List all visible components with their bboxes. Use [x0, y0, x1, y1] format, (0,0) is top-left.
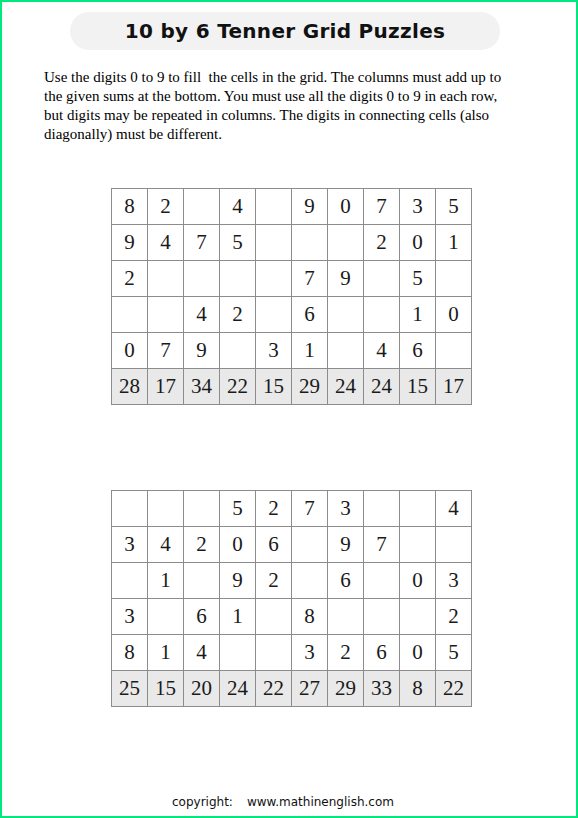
- grid-cell: 2: [256, 491, 292, 527]
- grid-cell: 3: [400, 189, 436, 225]
- grid-cell: [328, 599, 364, 635]
- grid-cell: [328, 297, 364, 333]
- grid-cell: [436, 261, 472, 297]
- instructions: Use the digits 0 to 9 to fill the cells …: [44, 68, 501, 144]
- instruction-line: Use the digits 0 to 9 to fill the cells …: [44, 68, 501, 87]
- grid-cell: [256, 635, 292, 671]
- sum-cell: 24: [364, 369, 400, 405]
- grid-cell: 2: [256, 563, 292, 599]
- grid-cell: [148, 261, 184, 297]
- sum-cell: 17: [436, 369, 472, 405]
- grid-cell: [436, 527, 472, 563]
- grid-cell: [184, 189, 220, 225]
- grid-cell: [256, 599, 292, 635]
- grid-cell: 3: [292, 635, 328, 671]
- grid-cell: [220, 635, 256, 671]
- grid-cell: [256, 261, 292, 297]
- grid-cell: 7: [292, 261, 328, 297]
- grid-cell: 0: [436, 297, 472, 333]
- grid-cell: [256, 189, 292, 225]
- grid-cell: 2: [112, 261, 148, 297]
- grid-cell: 4: [184, 297, 220, 333]
- sum-cell: 17: [148, 369, 184, 405]
- grid-cell: [184, 491, 220, 527]
- sum-cell: 28: [112, 369, 148, 405]
- sum-cell: 15: [256, 369, 292, 405]
- grid-cell: 3: [436, 563, 472, 599]
- grid-cell: 7: [364, 189, 400, 225]
- grid-cell: 0: [220, 527, 256, 563]
- grid-cell: 9: [328, 261, 364, 297]
- grid-cell: 2: [184, 527, 220, 563]
- sum-cell: 29: [328, 671, 364, 707]
- grid-cell: 7: [292, 491, 328, 527]
- grid-cell: [112, 491, 148, 527]
- grid-cell: [184, 563, 220, 599]
- grid-cell: 4: [364, 333, 400, 369]
- grid-cell: 7: [148, 333, 184, 369]
- grid-cell: [364, 261, 400, 297]
- grid-cell: 2: [148, 189, 184, 225]
- tenner-grid-2: 5273434206971926033618281432605251520242…: [111, 490, 472, 707]
- grid-cell: 9: [220, 563, 256, 599]
- grid-cell: 0: [400, 225, 436, 261]
- grid-cell: 9: [292, 189, 328, 225]
- sum-cell: 33: [364, 671, 400, 707]
- sum-cell: 25: [112, 671, 148, 707]
- grid-cell: 2: [364, 225, 400, 261]
- sum-cell: 15: [148, 671, 184, 707]
- grid-cell: [112, 297, 148, 333]
- sum-cell: 29: [292, 369, 328, 405]
- grid-cell: [220, 261, 256, 297]
- sum-cell: 34: [184, 369, 220, 405]
- grid-cell: 6: [184, 599, 220, 635]
- grid-cell: [148, 599, 184, 635]
- sum-cell: 22: [436, 671, 472, 707]
- grid-cell: [400, 491, 436, 527]
- grid-cell: [400, 599, 436, 635]
- grid-cell: 2: [328, 635, 364, 671]
- grid-cell: [220, 333, 256, 369]
- grid-cell: 8: [112, 189, 148, 225]
- grid-cell: [364, 297, 400, 333]
- grid-cell: 5: [436, 635, 472, 671]
- grid-cell: 6: [292, 297, 328, 333]
- instruction-line: diagonally) must be different.: [44, 125, 501, 144]
- grid-cell: 6: [256, 527, 292, 563]
- grid-cell: 9: [184, 333, 220, 369]
- grid-cell: 1: [400, 297, 436, 333]
- grid-cell: 1: [292, 333, 328, 369]
- grid-cell: 3: [112, 599, 148, 635]
- grid-cell: [292, 527, 328, 563]
- grid-cell: 8: [112, 635, 148, 671]
- instruction-line: the given sums at the bottom. You must u…: [44, 87, 501, 106]
- grid-cell: 9: [328, 527, 364, 563]
- grid-cell: 1: [220, 599, 256, 635]
- grid-cell: 6: [328, 563, 364, 599]
- sum-cell: 24: [328, 369, 364, 405]
- grid-cell: [328, 225, 364, 261]
- grid-cell: 4: [436, 491, 472, 527]
- sum-cell: 27: [292, 671, 328, 707]
- instruction-line: but digits may be repeated in columns. T…: [44, 106, 501, 125]
- grid-cell: [400, 527, 436, 563]
- grid-cell: 7: [364, 527, 400, 563]
- grid-cell: [256, 225, 292, 261]
- grid-cell: [436, 333, 472, 369]
- grid-cell: 1: [148, 635, 184, 671]
- tenner-grid-1: 8249073594752012795426100793146281734221…: [111, 188, 472, 405]
- grid-cell: 4: [148, 225, 184, 261]
- grid-cell: [292, 563, 328, 599]
- sum-cell: 8: [400, 671, 436, 707]
- grid-cell: [328, 333, 364, 369]
- grid-cell: 3: [256, 333, 292, 369]
- grid-cell: 0: [400, 635, 436, 671]
- grid-cell: 1: [148, 563, 184, 599]
- grid-cell: 5: [400, 261, 436, 297]
- title-banner: 10 by 6 Tenner Grid Puzzles: [70, 12, 500, 50]
- sum-cell: 20: [184, 671, 220, 707]
- grid-cell: [112, 563, 148, 599]
- grid-cell: [256, 297, 292, 333]
- grid-cell: 0: [112, 333, 148, 369]
- grid-cell: [148, 491, 184, 527]
- grid-cell: 9: [112, 225, 148, 261]
- grid-cell: 5: [436, 189, 472, 225]
- grid-cell: [184, 261, 220, 297]
- sum-cell: 15: [400, 369, 436, 405]
- grid-cell: 2: [220, 297, 256, 333]
- grid-cell: 4: [184, 635, 220, 671]
- grid-cell: 0: [400, 563, 436, 599]
- grid-cell: 5: [220, 491, 256, 527]
- copyright: copyright: www.mathinenglish.com: [172, 795, 394, 809]
- page-title: 10 by 6 Tenner Grid Puzzles: [125, 19, 445, 43]
- grid-cell: [364, 491, 400, 527]
- grid-cell: [148, 297, 184, 333]
- grid-cell: 6: [400, 333, 436, 369]
- grid-cell: 6: [364, 635, 400, 671]
- grid-cell: 3: [328, 491, 364, 527]
- grid-cell: 1: [436, 225, 472, 261]
- copyright-label: copyright:: [172, 795, 233, 809]
- grid-cell: 5: [220, 225, 256, 261]
- worksheet-page: { "page": { "title": "10 by 6 Tenner Gri…: [0, 0, 578, 818]
- sum-cell: 22: [256, 671, 292, 707]
- sum-cell: 22: [220, 369, 256, 405]
- grid-cell: 4: [220, 189, 256, 225]
- grid-cell: 3: [112, 527, 148, 563]
- grid-cell: [364, 563, 400, 599]
- grid-cell: 7: [184, 225, 220, 261]
- grid-cell: 8: [292, 599, 328, 635]
- sum-cell: 24: [220, 671, 256, 707]
- grid-cell: [292, 225, 328, 261]
- grid-cell: [364, 599, 400, 635]
- grid-cell: 2: [436, 599, 472, 635]
- grid-cell: 0: [328, 189, 364, 225]
- grid-cell: 4: [148, 527, 184, 563]
- copyright-url: www.mathinenglish.com: [247, 795, 394, 809]
